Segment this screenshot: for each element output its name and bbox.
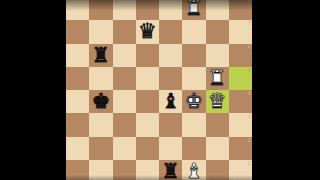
letterbox-right bbox=[252, 0, 320, 180]
square-f1[interactable]: f♝ bbox=[182, 160, 205, 180]
square-f6[interactable] bbox=[182, 44, 205, 67]
square-e4[interactable]: ♝ bbox=[159, 90, 182, 113]
piece-white-king-icon[interactable]: ♚ bbox=[184, 91, 203, 112]
square-e3[interactable] bbox=[159, 113, 182, 136]
square-f4[interactable]: ♚ bbox=[182, 90, 205, 113]
square-g4[interactable]: ♛ bbox=[206, 90, 229, 113]
square-d7[interactable]: ♛ bbox=[136, 20, 159, 43]
square-c3[interactable] bbox=[113, 113, 136, 136]
rank-coordinate-label: 6 bbox=[248, 45, 251, 50]
square-a5[interactable] bbox=[66, 67, 89, 90]
square-g7[interactable] bbox=[206, 20, 229, 43]
square-c1[interactable]: c bbox=[113, 160, 136, 180]
square-h3[interactable]: 3 bbox=[229, 113, 252, 136]
square-a4[interactable] bbox=[66, 90, 89, 113]
piece-black-rook-icon[interactable]: ♜ bbox=[161, 161, 180, 180]
square-d6[interactable] bbox=[136, 44, 159, 67]
square-b8[interactable] bbox=[89, 0, 112, 20]
file-coordinate-label: g bbox=[207, 178, 210, 180]
square-g3[interactable] bbox=[206, 113, 229, 136]
square-b4[interactable]: ♚ bbox=[89, 90, 112, 113]
piece-black-bishop-icon[interactable]: ♝ bbox=[161, 91, 180, 112]
file-coordinate-label: b bbox=[90, 178, 93, 180]
square-e1[interactable]: e♜ bbox=[159, 160, 182, 180]
square-d4[interactable] bbox=[136, 90, 159, 113]
square-e5[interactable] bbox=[159, 67, 182, 90]
square-a3[interactable] bbox=[66, 113, 89, 136]
square-a6[interactable] bbox=[66, 44, 89, 67]
square-h7[interactable]: 7 bbox=[229, 20, 252, 43]
square-h5[interactable]: 5 bbox=[229, 67, 252, 90]
square-e2[interactable] bbox=[159, 137, 182, 160]
square-d3[interactable] bbox=[136, 113, 159, 136]
square-c7[interactable] bbox=[113, 20, 136, 43]
square-d8[interactable] bbox=[136, 0, 159, 20]
square-h1[interactable]: h1 bbox=[229, 160, 252, 180]
square-f3[interactable] bbox=[182, 113, 205, 136]
square-a2[interactable] bbox=[66, 137, 89, 160]
square-d1[interactable]: d bbox=[136, 160, 159, 180]
square-b6[interactable]: ♜ bbox=[89, 44, 112, 67]
rank-coordinate-label: 8 bbox=[248, 0, 251, 3]
square-h4[interactable]: 4 bbox=[229, 90, 252, 113]
file-coordinate-label: h bbox=[230, 178, 233, 180]
file-coordinate-label: c bbox=[114, 178, 117, 180]
file-coordinate-label: a bbox=[67, 178, 70, 180]
square-d5[interactable] bbox=[136, 67, 159, 90]
video-frame: ♜8♛7♜6♜5♚♝♚♛432abcde♜f♝gh1 bbox=[0, 0, 320, 180]
rank-coordinate-label: 2 bbox=[248, 138, 251, 143]
square-g8[interactable] bbox=[206, 0, 229, 20]
square-a8[interactable] bbox=[66, 0, 89, 20]
square-c5[interactable] bbox=[113, 67, 136, 90]
file-coordinate-label: f bbox=[183, 178, 185, 180]
square-a1[interactable]: a bbox=[66, 160, 89, 180]
square-f2[interactable] bbox=[182, 137, 205, 160]
square-c4[interactable] bbox=[113, 90, 136, 113]
rank-coordinate-label: 4 bbox=[248, 91, 251, 96]
square-d2[interactable] bbox=[136, 137, 159, 160]
piece-black-rook-icon[interactable]: ♜ bbox=[91, 45, 110, 66]
piece-black-queen-icon[interactable]: ♛ bbox=[138, 21, 157, 42]
square-c2[interactable] bbox=[113, 137, 136, 160]
square-g2[interactable] bbox=[206, 137, 229, 160]
rank-coordinate-label: 5 bbox=[248, 68, 251, 73]
square-c8[interactable] bbox=[113, 0, 136, 20]
rank-coordinate-label: 1 bbox=[248, 161, 251, 166]
square-c6[interactable] bbox=[113, 44, 136, 67]
square-b5[interactable] bbox=[89, 67, 112, 90]
square-h6[interactable]: 6 bbox=[229, 44, 252, 67]
square-b1[interactable]: b bbox=[89, 160, 112, 180]
square-g6[interactable] bbox=[206, 44, 229, 67]
piece-white-rook-icon[interactable]: ♜ bbox=[208, 68, 227, 89]
square-a7[interactable] bbox=[66, 20, 89, 43]
square-f5[interactable] bbox=[182, 67, 205, 90]
piece-white-rook-icon[interactable]: ♜ bbox=[184, 0, 203, 19]
rank-coordinate-label: 3 bbox=[248, 114, 251, 119]
square-f8[interactable]: ♜ bbox=[182, 0, 205, 20]
square-e8[interactable] bbox=[159, 0, 182, 20]
square-e7[interactable] bbox=[159, 20, 182, 43]
square-b2[interactable] bbox=[89, 137, 112, 160]
letterbox-left bbox=[0, 0, 66, 180]
file-coordinate-label: e bbox=[160, 178, 163, 180]
square-g5[interactable]: ♜ bbox=[206, 67, 229, 90]
piece-white-bishop-icon[interactable]: ♝ bbox=[184, 161, 203, 180]
piece-white-queen-icon[interactable]: ♛ bbox=[208, 91, 227, 112]
square-f7[interactable] bbox=[182, 20, 205, 43]
square-h2[interactable]: 2 bbox=[229, 137, 252, 160]
square-h8[interactable]: 8 bbox=[229, 0, 252, 20]
chess-board: ♜8♛7♜6♜5♚♝♚♛432abcde♜f♝gh1 bbox=[66, 0, 252, 180]
rank-coordinate-label: 7 bbox=[248, 21, 251, 26]
piece-black-king-icon[interactable]: ♚ bbox=[91, 91, 110, 112]
square-b3[interactable] bbox=[89, 113, 112, 136]
square-g1[interactable]: g bbox=[206, 160, 229, 180]
square-e6[interactable] bbox=[159, 44, 182, 67]
square-b7[interactable] bbox=[89, 20, 112, 43]
file-coordinate-label: d bbox=[137, 178, 140, 180]
